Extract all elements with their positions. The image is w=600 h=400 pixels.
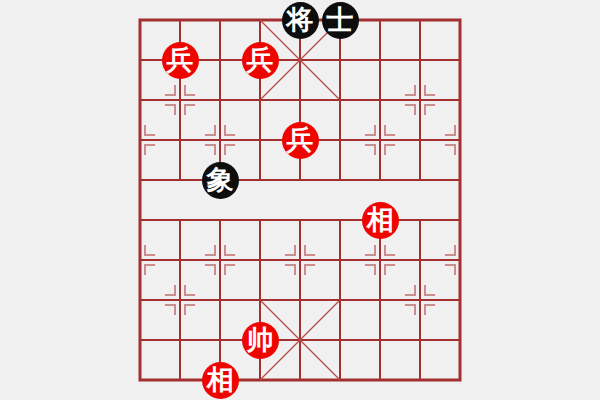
piece-red-general[interactable]: 帅 (242, 322, 279, 359)
piece-red-soldier[interactable]: 兵 (242, 42, 279, 79)
xiangqi-board: 将士象兵兵兵相帅相 (120, 0, 480, 400)
piece-black-general[interactable]: 将 (282, 2, 319, 39)
piece-red-soldier[interactable]: 兵 (282, 122, 319, 159)
xiangqi-app: 将士象兵兵兵相帅相 (0, 0, 600, 400)
piece-red-soldier[interactable]: 兵 (162, 42, 199, 79)
piece-red-elephant[interactable]: 相 (362, 202, 399, 239)
piece-black-elephant[interactable]: 象 (202, 162, 239, 199)
piece-red-elephant[interactable]: 相 (202, 362, 239, 399)
piece-black-advisor[interactable]: 士 (322, 2, 359, 39)
